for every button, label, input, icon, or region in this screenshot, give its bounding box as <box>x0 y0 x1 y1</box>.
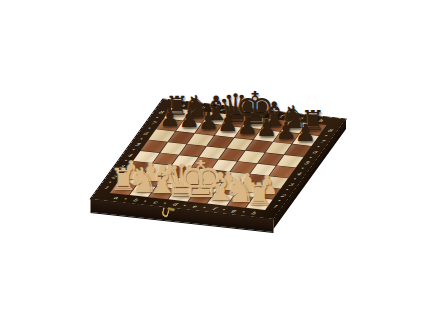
coord-label: h <box>310 117 330 123</box>
coord-label: c <box>212 107 232 113</box>
coord-label: b <box>192 104 212 110</box>
coord-label: f <box>271 113 291 119</box>
coord-label: g <box>224 208 244 214</box>
coord-label: g <box>291 115 311 121</box>
coord-label: b <box>125 197 145 203</box>
coord-label: f <box>204 205 224 211</box>
coord-label: e <box>184 203 204 209</box>
coord-label: e <box>251 111 271 117</box>
product-photo-scene: a◆b◆c◆d◆e◆f◆g◆h a◆b◆c◆d◆e◆f◆g◆h 8◆7◆6◆5◆… <box>0 0 423 318</box>
chess-board: a◆b◆c◆d◆e◆f◆g◆h a◆b◆c◆d◆e◆f◆g◆h 8◆7◆6◆5◆… <box>91 99 347 219</box>
coord-label: 1 <box>270 201 281 211</box>
coord-label: d <box>232 109 252 115</box>
coord-label: c <box>145 199 165 205</box>
coord-label: d <box>165 201 185 207</box>
coord-label: h <box>244 210 264 216</box>
coord-label: a <box>106 195 126 201</box>
coord-label: a <box>173 102 193 108</box>
